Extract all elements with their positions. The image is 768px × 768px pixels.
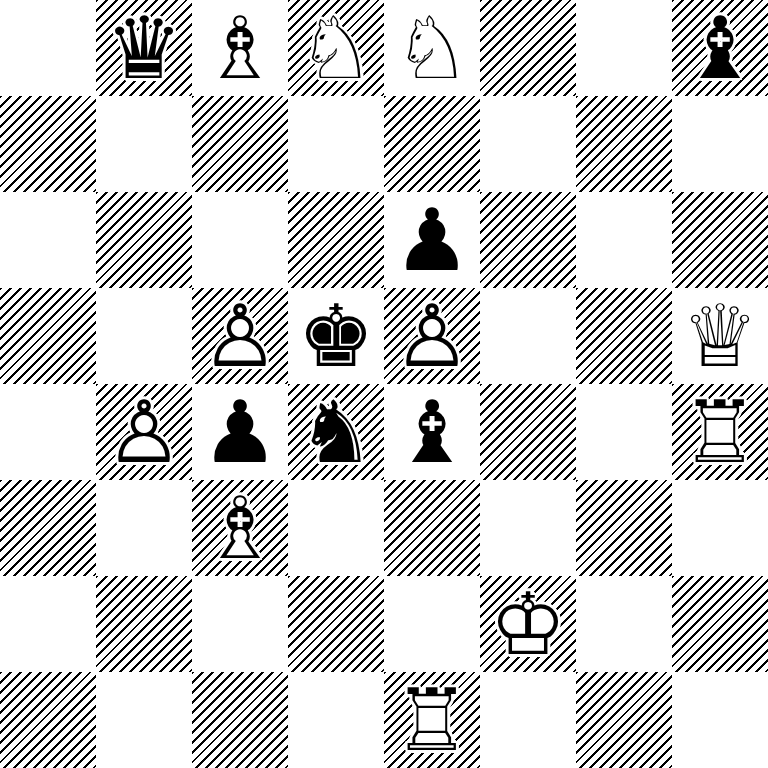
square-c2[interactable]: [192, 576, 288, 672]
black-pawn[interactable]: ♟♟: [384, 192, 480, 288]
black-knight[interactable]: ♞♞: [288, 384, 384, 480]
square-e6[interactable]: ♟♟: [384, 192, 480, 288]
square-a8[interactable]: [0, 0, 96, 96]
square-f7[interactable]: [480, 96, 576, 192]
square-c6[interactable]: [192, 192, 288, 288]
white-pawn[interactable]: ♟♙: [96, 384, 192, 480]
square-a1[interactable]: [0, 672, 96, 768]
square-a5[interactable]: [0, 288, 96, 384]
square-h8[interactable]: ♝♝: [672, 0, 768, 96]
piece-glyph: ♞: [297, 389, 374, 475]
square-e4[interactable]: ♝♝: [384, 384, 480, 480]
square-b6[interactable]: [96, 192, 192, 288]
square-a4[interactable]: [0, 384, 96, 480]
square-d7[interactable]: [288, 96, 384, 192]
black-bishop[interactable]: ♝♝: [672, 0, 768, 96]
black-king[interactable]: ♚♚: [288, 288, 384, 384]
square-f1[interactable]: [480, 672, 576, 768]
white-bishop[interactable]: ♝♗: [192, 0, 288, 96]
square-h7[interactable]: [672, 96, 768, 192]
piece-glyph: ♚: [297, 293, 374, 379]
square-f4[interactable]: [480, 384, 576, 480]
square-e3[interactable]: [384, 480, 480, 576]
white-bishop[interactable]: ♝♗: [192, 480, 288, 576]
piece-glyph: ♟: [201, 389, 278, 475]
square-d8[interactable]: ♞♘: [288, 0, 384, 96]
square-c1[interactable]: [192, 672, 288, 768]
piece-glyph: ♙: [105, 389, 182, 475]
white-king[interactable]: ♚♔: [480, 576, 576, 672]
square-b5[interactable]: [96, 288, 192, 384]
black-queen[interactable]: ♛♛: [96, 0, 192, 96]
square-g5[interactable]: [576, 288, 672, 384]
square-b1[interactable]: [96, 672, 192, 768]
square-h6[interactable]: [672, 192, 768, 288]
square-c4[interactable]: ♟♟: [192, 384, 288, 480]
chessboard: ♛♛♝♗♞♘♞♘♝♝♟♟♟♙♚♚♟♙♛♕♟♙♟♟♞♞♝♝♜♖♝♗♚♔♜♖: [0, 0, 768, 768]
square-f3[interactable]: [480, 480, 576, 576]
piece-glyph: ♘: [297, 5, 374, 91]
square-c3[interactable]: ♝♗: [192, 480, 288, 576]
piece-glyph: ♟: [393, 197, 470, 283]
piece-glyph: ♖: [681, 389, 758, 475]
square-b2[interactable]: [96, 576, 192, 672]
white-pawn[interactable]: ♟♙: [192, 288, 288, 384]
square-d1[interactable]: [288, 672, 384, 768]
piece-glyph: ♗: [201, 485, 278, 571]
square-b8[interactable]: ♛♛: [96, 0, 192, 96]
square-d5[interactable]: ♚♚: [288, 288, 384, 384]
square-f2[interactable]: ♚♔: [480, 576, 576, 672]
square-e2[interactable]: [384, 576, 480, 672]
piece-glyph: ♗: [201, 5, 278, 91]
square-g4[interactable]: [576, 384, 672, 480]
piece-glyph: ♔: [489, 581, 566, 667]
square-a6[interactable]: [0, 192, 96, 288]
square-a7[interactable]: [0, 96, 96, 192]
piece-glyph: ♛: [105, 5, 182, 91]
square-e8[interactable]: ♞♘: [384, 0, 480, 96]
white-knight[interactable]: ♞♘: [288, 0, 384, 96]
square-g2[interactable]: [576, 576, 672, 672]
square-h1[interactable]: [672, 672, 768, 768]
piece-glyph: ♘: [393, 5, 470, 91]
square-a3[interactable]: [0, 480, 96, 576]
piece-glyph: ♕: [681, 293, 758, 379]
square-d3[interactable]: [288, 480, 384, 576]
square-g7[interactable]: [576, 96, 672, 192]
square-f8[interactable]: [480, 0, 576, 96]
square-b3[interactable]: [96, 480, 192, 576]
black-bishop[interactable]: ♝♝: [384, 384, 480, 480]
square-g8[interactable]: [576, 0, 672, 96]
piece-glyph: ♖: [393, 677, 470, 763]
square-g6[interactable]: [576, 192, 672, 288]
piece-glyph: ♙: [201, 293, 278, 379]
white-knight[interactable]: ♞♘: [384, 0, 480, 96]
square-c7[interactable]: [192, 96, 288, 192]
black-pawn[interactable]: ♟♟: [192, 384, 288, 480]
white-rook[interactable]: ♜♖: [384, 672, 480, 768]
square-c8[interactable]: ♝♗: [192, 0, 288, 96]
square-c5[interactable]: ♟♙: [192, 288, 288, 384]
piece-glyph: ♙: [393, 293, 470, 379]
white-rook[interactable]: ♜♖: [672, 384, 768, 480]
square-g1[interactable]: [576, 672, 672, 768]
square-h5[interactable]: ♛♕: [672, 288, 768, 384]
square-a2[interactable]: [0, 576, 96, 672]
square-d4[interactable]: ♞♞: [288, 384, 384, 480]
square-e5[interactable]: ♟♙: [384, 288, 480, 384]
square-f5[interactable]: [480, 288, 576, 384]
white-pawn[interactable]: ♟♙: [384, 288, 480, 384]
white-queen[interactable]: ♛♕: [672, 288, 768, 384]
square-f6[interactable]: [480, 192, 576, 288]
piece-glyph: ♝: [681, 5, 758, 91]
square-d2[interactable]: [288, 576, 384, 672]
piece-glyph: ♝: [393, 389, 470, 475]
square-d6[interactable]: [288, 192, 384, 288]
square-g3[interactable]: [576, 480, 672, 576]
square-e7[interactable]: [384, 96, 480, 192]
square-h4[interactable]: ♜♖: [672, 384, 768, 480]
square-b7[interactable]: [96, 96, 192, 192]
square-h3[interactable]: [672, 480, 768, 576]
square-b4[interactable]: ♟♙: [96, 384, 192, 480]
square-h2[interactable]: [672, 576, 768, 672]
square-e1[interactable]: ♜♖: [384, 672, 480, 768]
